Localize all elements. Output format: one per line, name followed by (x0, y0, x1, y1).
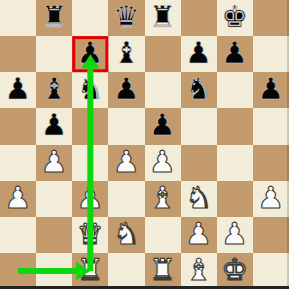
square-c8[interactable] (72, 0, 108, 36)
white-rook[interactable]: ♜ (77, 255, 104, 285)
square-g3[interactable] (217, 181, 253, 217)
square-b4[interactable]: ♟ (36, 145, 72, 181)
square-h1[interactable] (253, 253, 289, 289)
square-a6[interactable]: ♟ (0, 72, 36, 108)
square-b7[interactable] (36, 36, 72, 72)
square-b8[interactable]: ♜ (36, 0, 72, 36)
square-e7[interactable] (145, 36, 181, 72)
square-h4[interactable] (253, 145, 289, 181)
square-f8[interactable] (181, 0, 217, 36)
square-f3[interactable]: ♞ (181, 181, 217, 217)
square-a4[interactable] (0, 145, 36, 181)
board-right-edge-shadow (287, 0, 289, 289)
white-pawn[interactable]: ♟ (41, 147, 68, 177)
black-pawn[interactable]: ♟ (41, 110, 68, 140)
black-king[interactable]: ♚ (221, 2, 248, 32)
black-rook[interactable]: ♜ (149, 2, 176, 32)
square-e8[interactable]: ♜ (145, 0, 181, 36)
black-queen[interactable]: ♛ (113, 2, 140, 32)
square-h2[interactable] (253, 217, 289, 253)
square-g4[interactable] (217, 145, 253, 181)
square-b5[interactable]: ♟ (36, 108, 72, 144)
square-d4[interactable]: ♟ (108, 145, 144, 181)
black-pawn[interactable]: ♟ (149, 110, 176, 140)
square-f2[interactable]: ♟ (181, 217, 217, 253)
white-king[interactable]: ♚ (221, 255, 248, 285)
square-c2[interactable]: ♛ (72, 217, 108, 253)
white-knight[interactable]: ♞ (113, 219, 140, 249)
square-a7[interactable] (0, 36, 36, 72)
square-c1[interactable]: ♜ (72, 253, 108, 289)
square-g6[interactable] (217, 72, 253, 108)
square-g8[interactable]: ♚ (217, 0, 253, 36)
square-f7[interactable]: ♟ (181, 36, 217, 72)
square-d6[interactable]: ♟ (108, 72, 144, 108)
square-c5[interactable] (72, 108, 108, 144)
square-h8[interactable] (253, 0, 289, 36)
black-pawn[interactable]: ♟ (221, 38, 248, 68)
square-a2[interactable] (0, 217, 36, 253)
square-a8[interactable] (0, 0, 36, 36)
square-g2[interactable]: ♟ (217, 217, 253, 253)
black-pawn[interactable]: ♟ (257, 74, 284, 104)
black-pawn[interactable]: ♟ (77, 38, 104, 68)
black-bishop[interactable]: ♝ (113, 38, 140, 68)
black-pawn[interactable]: ♟ (113, 74, 140, 104)
square-c4[interactable] (72, 145, 108, 181)
square-g7[interactable]: ♟ (217, 36, 253, 72)
square-a1[interactable] (0, 253, 36, 289)
square-b6[interactable]: ♝ (36, 72, 72, 108)
black-pawn[interactable]: ♟ (5, 74, 32, 104)
white-bishop[interactable]: ♝ (185, 255, 212, 285)
square-f4[interactable] (181, 145, 217, 181)
white-pawn[interactable]: ♟ (77, 183, 104, 213)
white-pawn[interactable]: ♟ (5, 183, 32, 213)
square-d3[interactable] (108, 181, 144, 217)
square-e4[interactable]: ♟ (145, 145, 181, 181)
square-a3[interactable]: ♟ (0, 181, 36, 217)
square-f6[interactable]: ♞ (181, 72, 217, 108)
white-rook[interactable]: ♜ (149, 255, 176, 285)
square-d1[interactable] (108, 253, 144, 289)
square-d7[interactable]: ♝ (108, 36, 144, 72)
white-queen[interactable]: ♛ (77, 219, 104, 249)
black-knight[interactable]: ♞ (185, 74, 212, 104)
square-d2[interactable]: ♞ (108, 217, 144, 253)
black-bishop[interactable]: ♝ (41, 74, 68, 104)
square-h7[interactable] (253, 36, 289, 72)
square-e5[interactable]: ♟ (145, 108, 181, 144)
square-h3[interactable]: ♟ (253, 181, 289, 217)
square-d5[interactable] (108, 108, 144, 144)
black-rook[interactable]: ♜ (41, 2, 68, 32)
square-f1[interactable]: ♝ (181, 253, 217, 289)
square-a5[interactable] (0, 108, 36, 144)
white-pawn[interactable]: ♟ (113, 147, 140, 177)
square-b1[interactable] (36, 253, 72, 289)
white-pawn[interactable]: ♟ (257, 183, 284, 213)
square-f5[interactable] (181, 108, 217, 144)
square-e1[interactable]: ♜ (145, 253, 181, 289)
square-b3[interactable] (36, 181, 72, 217)
white-bishop[interactable]: ♝ (149, 183, 176, 213)
square-h6[interactable]: ♟ (253, 72, 289, 108)
square-c7[interactable]: ♟ (72, 36, 108, 72)
square-e3[interactable]: ♝ (145, 181, 181, 217)
square-e6[interactable] (145, 72, 181, 108)
square-c3[interactable]: ♟ (72, 181, 108, 217)
chess-board: ♜♛♜♚♟♝♟♟♟♝♞♟♞♟♟♟♟♟♟♟♟♝♞♟♛♞♟♟♜♜♝♚ (0, 0, 289, 289)
white-pawn[interactable]: ♟ (149, 147, 176, 177)
square-d8[interactable]: ♛ (108, 0, 144, 36)
square-g1[interactable]: ♚ (217, 253, 253, 289)
square-h5[interactable] (253, 108, 289, 144)
square-c6[interactable]: ♞ (72, 72, 108, 108)
white-pawn[interactable]: ♟ (221, 219, 248, 249)
square-g5[interactable] (217, 108, 253, 144)
square-b2[interactable] (36, 217, 72, 253)
black-pawn[interactable]: ♟ (185, 38, 212, 68)
black-knight[interactable]: ♞ (77, 74, 104, 104)
square-e2[interactable] (145, 217, 181, 253)
chess-board-squares: ♜♛♜♚♟♝♟♟♟♝♞♟♞♟♟♟♟♟♟♟♟♝♞♟♛♞♟♟♜♜♝♚ (0, 0, 289, 289)
white-pawn[interactable]: ♟ (185, 219, 212, 249)
white-knight[interactable]: ♞ (185, 183, 212, 213)
